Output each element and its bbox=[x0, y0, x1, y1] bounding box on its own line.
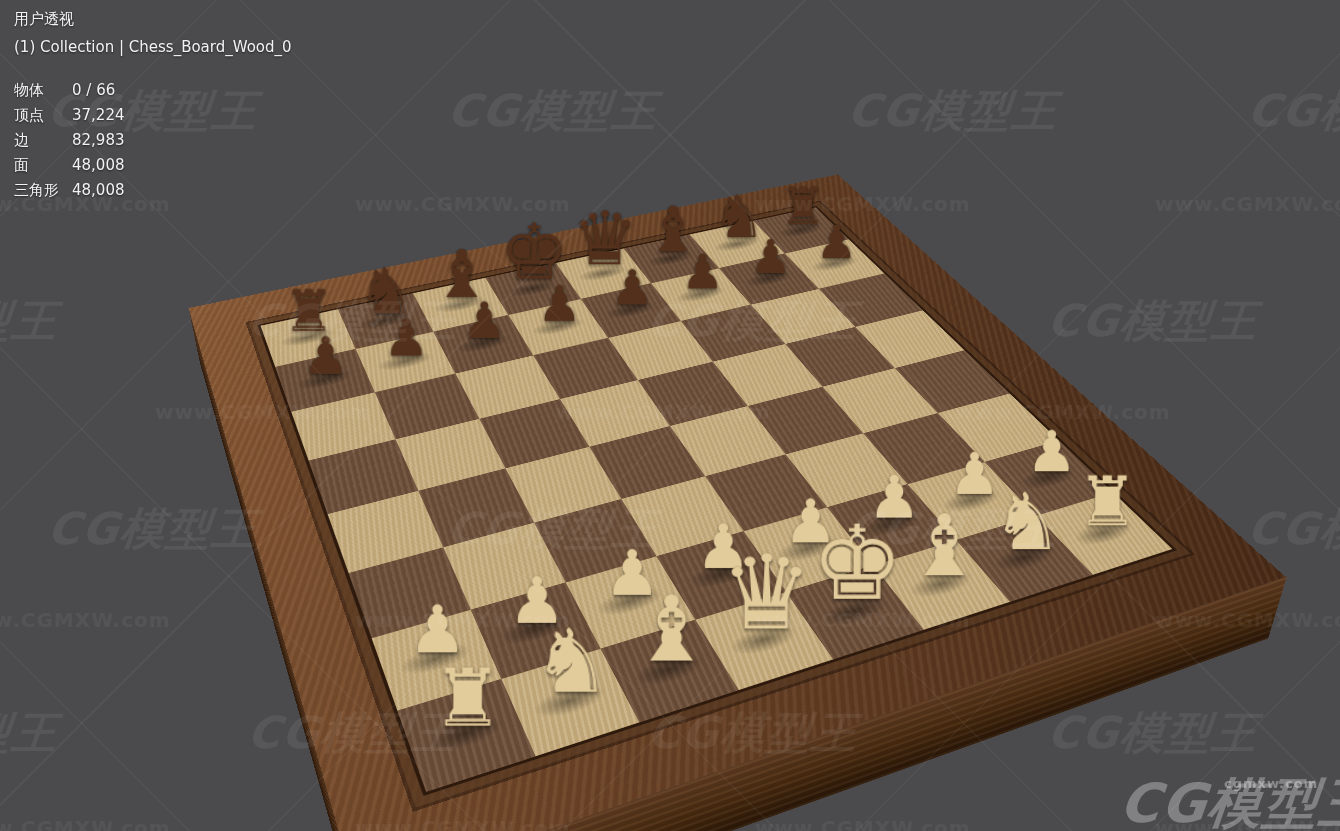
square-a1: ♜ bbox=[397, 679, 535, 792]
pawn-glyph: ♟ bbox=[284, 331, 367, 383]
pawn-glyph: ♟ bbox=[733, 234, 807, 281]
stat-label: 三角形 bbox=[14, 178, 72, 203]
board-frame[interactable]: ♜♞♝♚♛♝♞♜♟♟♟♟♟♟♟♟♟♟♟♟♟♟♟♟♜♞♝♛♚♝♞♜ bbox=[189, 174, 1286, 831]
viewport-hud: 用户透视 (1) Collection | Chess_Board_Wood_0… bbox=[14, 10, 292, 203]
stat-row-3: 面48,008 bbox=[14, 153, 292, 178]
pawn-glyph: ♟ bbox=[800, 220, 873, 266]
chess-board-3d[interactable]: ♜♞♝♚♛♝♞♜♟♟♟♟♟♟♟♟♟♟♟♟♟♟♟♟♜♞♝♛♚♝♞♜ bbox=[189, 174, 1286, 831]
square-d5 bbox=[560, 380, 670, 447]
pawn-glyph: ♟ bbox=[665, 249, 741, 297]
stat-value: 48,008 bbox=[72, 181, 125, 199]
stat-label: 物体 bbox=[14, 78, 72, 103]
stat-row-4: 三角形48,008 bbox=[14, 178, 292, 203]
stat-row-1: 顶点37,224 bbox=[14, 103, 292, 128]
stat-row-2: 边82,983 bbox=[14, 128, 292, 153]
breadcrumb: (1) Collection | Chess_Board_Wood_0 bbox=[14, 38, 292, 56]
bishop-glyph: ♝ bbox=[895, 503, 994, 588]
stat-row-0: 物体0 / 66 bbox=[14, 78, 292, 103]
stat-label: 面 bbox=[14, 153, 72, 178]
pawn-glyph: ♟ bbox=[366, 313, 447, 364]
scene-stats: 物体0 / 66顶点37,224边82,983面48,008三角形48,008 bbox=[14, 78, 292, 203]
knight-glyph: ♞ bbox=[518, 618, 626, 706]
view-mode-label: 用户透视 bbox=[14, 10, 292, 29]
stat-value: 0 / 66 bbox=[72, 81, 115, 99]
stat-value: 82,983 bbox=[72, 131, 125, 149]
pawn-glyph: ♟ bbox=[594, 264, 671, 312]
bishop-glyph: ♝ bbox=[619, 583, 725, 674]
pawn-glyph: ♟ bbox=[520, 280, 598, 329]
stat-value: 37,224 bbox=[72, 106, 125, 124]
rook-glyph: ♜ bbox=[412, 659, 523, 739]
stat-value: 48,008 bbox=[72, 156, 125, 174]
pawn-glyph: ♟ bbox=[444, 296, 524, 346]
stat-label: 顶点 bbox=[14, 103, 72, 128]
king-glyph: ♚ bbox=[807, 512, 908, 615]
queen-glyph: ♛ bbox=[715, 541, 818, 644]
stat-label: 边 bbox=[14, 128, 72, 153]
board-squares: ♜♞♝♚♛♝♞♜♟♟♟♟♟♟♟♟♟♟♟♟♟♟♟♟♜♞♝♛♚♝♞♜ bbox=[261, 208, 1173, 792]
viewport-3d[interactable]: ♜♞♝♚♛♝♞♜♟♟♟♟♟♟♟♟♟♟♟♟♟♟♟♟♜♞♝♛♚♝♞♜ CG模型王CG… bbox=[0, 0, 1340, 831]
